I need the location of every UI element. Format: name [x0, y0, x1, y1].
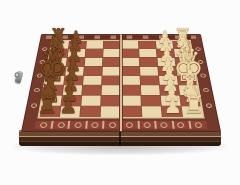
piece-white-pawn[interactable]: ♟ [164, 96, 182, 116]
piece-black-rook[interactable]: ♜ [37, 93, 59, 117]
chess-set-photo: ♜♞♝♛♚♝♞♜♟♟♟♟♟♟♟♟♟♟♟♟♟♟♟♟♜♞♝♛♚♝♞♜ [0, 0, 240, 185]
pieces-layer: ♜♞♝♛♚♝♞♜♟♟♟♟♟♟♟♟♟♟♟♟♟♟♟♟♜♞♝♛♚♝♞♜ [0, 0, 240, 185]
piece-white-rook[interactable]: ♜ [183, 93, 205, 117]
piece-black-pawn[interactable]: ♟ [59, 96, 77, 116]
